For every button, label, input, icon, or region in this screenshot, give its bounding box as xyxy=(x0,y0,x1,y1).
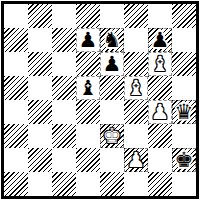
square-a2[interactable] xyxy=(4,148,28,172)
square-b8[interactable] xyxy=(28,4,52,28)
square-e2[interactable] xyxy=(100,148,124,172)
black-knight-e7[interactable]: ♞ xyxy=(103,28,122,52)
square-h7[interactable] xyxy=(172,28,196,52)
white-bishop-f5[interactable]: ♝ xyxy=(127,76,146,100)
black-king-h2[interactable]: ♚ xyxy=(175,148,194,172)
square-g1[interactable] xyxy=(148,172,172,196)
square-h2[interactable]: ♚ xyxy=(172,148,196,172)
square-f5[interactable]: ♝ xyxy=(124,76,148,100)
square-d1[interactable] xyxy=(76,172,100,196)
square-d7[interactable]: ♟ xyxy=(76,28,100,52)
square-e1[interactable] xyxy=(100,172,124,196)
square-f1[interactable] xyxy=(124,172,148,196)
board-frame: ♟♞♟♟♝♝♝♟♛♚♟♚ xyxy=(1,1,199,199)
square-g6[interactable]: ♝ xyxy=(148,52,172,76)
square-b6[interactable] xyxy=(28,52,52,76)
black-pawn-g7[interactable]: ♟ xyxy=(151,28,170,52)
square-d5[interactable]: ♝ xyxy=(76,76,100,100)
square-g8[interactable] xyxy=(148,4,172,28)
square-b4[interactable] xyxy=(28,100,52,124)
square-b3[interactable] xyxy=(28,124,52,148)
square-f6[interactable] xyxy=(124,52,148,76)
square-g7[interactable]: ♟ xyxy=(148,28,172,52)
square-c8[interactable] xyxy=(52,4,76,28)
square-g5[interactable] xyxy=(148,76,172,100)
square-c2[interactable] xyxy=(52,148,76,172)
square-e3[interactable]: ♚ xyxy=(100,124,124,148)
square-c6[interactable] xyxy=(52,52,76,76)
square-f7[interactable] xyxy=(124,28,148,52)
square-e8[interactable] xyxy=(100,4,124,28)
black-pawn-d7[interactable]: ♟ xyxy=(79,28,98,52)
square-d3[interactable] xyxy=(76,124,100,148)
square-h4[interactable]: ♛ xyxy=(172,100,196,124)
square-e7[interactable]: ♞ xyxy=(100,28,124,52)
square-c3[interactable] xyxy=(52,124,76,148)
square-a8[interactable] xyxy=(4,4,28,28)
square-g4[interactable]: ♟ xyxy=(148,100,172,124)
white-king-e3[interactable]: ♚ xyxy=(103,124,122,148)
square-a7[interactable] xyxy=(4,28,28,52)
square-d4[interactable] xyxy=(76,100,100,124)
square-b1[interactable] xyxy=(28,172,52,196)
white-pawn-g4[interactable]: ♟ xyxy=(151,100,170,124)
black-bishop-d5[interactable]: ♝ xyxy=(79,76,98,100)
white-pawn-f2[interactable]: ♟ xyxy=(127,148,146,172)
square-b5[interactable] xyxy=(28,76,52,100)
square-a5[interactable] xyxy=(4,76,28,100)
square-b2[interactable] xyxy=(28,148,52,172)
square-f2[interactable]: ♟ xyxy=(124,148,148,172)
square-e6[interactable]: ♟ xyxy=(100,52,124,76)
square-d6[interactable] xyxy=(76,52,100,76)
square-h8[interactable] xyxy=(172,4,196,28)
square-f3[interactable] xyxy=(124,124,148,148)
square-e4[interactable] xyxy=(100,100,124,124)
square-a6[interactable] xyxy=(4,52,28,76)
square-h6[interactable] xyxy=(172,52,196,76)
square-c1[interactable] xyxy=(52,172,76,196)
square-h1[interactable] xyxy=(172,172,196,196)
square-g2[interactable] xyxy=(148,148,172,172)
square-h5[interactable] xyxy=(172,76,196,100)
square-f4[interactable] xyxy=(124,100,148,124)
chess-board: ♟♞♟♟♝♝♝♟♛♚♟♚ xyxy=(4,4,196,196)
square-a3[interactable] xyxy=(4,124,28,148)
square-d2[interactable] xyxy=(76,148,100,172)
square-a1[interactable] xyxy=(4,172,28,196)
square-c7[interactable] xyxy=(52,28,76,52)
black-pawn-e6[interactable]: ♟ xyxy=(103,52,122,76)
white-bishop-g6[interactable]: ♝ xyxy=(151,52,170,76)
square-a4[interactable] xyxy=(4,100,28,124)
square-g3[interactable] xyxy=(148,124,172,148)
square-c5[interactable] xyxy=(52,76,76,100)
square-c4[interactable] xyxy=(52,100,76,124)
black-queen-h4[interactable]: ♛ xyxy=(175,100,194,124)
square-b7[interactable] xyxy=(28,28,52,52)
square-f8[interactable] xyxy=(124,4,148,28)
square-h3[interactable] xyxy=(172,124,196,148)
square-d8[interactable] xyxy=(76,4,100,28)
square-e5[interactable] xyxy=(100,76,124,100)
